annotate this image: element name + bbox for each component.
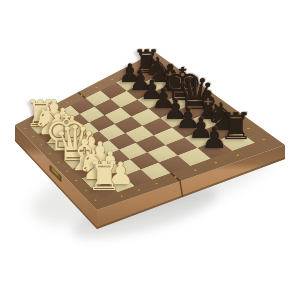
brass-inlay-dot — [193, 169, 197, 171]
brass-inlay-dot — [235, 154, 240, 157]
product-photo-scene: ♜♟♞♟♝♟♚♟♛♟♟♝♜♟♟♞♞♟♟♜♝♟♟♚♟♛♟♝♟♞♟♜ — [0, 0, 295, 295]
brass-inlay-dot — [95, 86, 98, 88]
piece-black-pawn-a7[interactable]: ♟ — [201, 124, 227, 153]
brass-inlay-dot — [214, 162, 219, 164]
brass-inlay-dot — [94, 199, 97, 201]
brass-inlay-dot — [261, 138, 266, 141]
piece-white-rook-a1[interactable]: ♜ — [86, 156, 122, 196]
brass-inlay-dot — [111, 78, 114, 80]
brass-inlay-dot — [155, 183, 159, 185]
brass-inlay-dot — [137, 189, 141, 191]
